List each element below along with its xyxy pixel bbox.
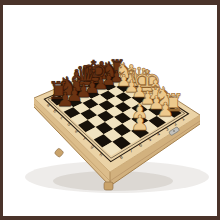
chess-board: abcdefgh12345678 <box>3 5 220 220</box>
product-photo[interactable]: abcdefgh12345678 ♜♞♝♛♚♝♞♜♞♟♟♟♟♟♟♟♝♟♚♟♟♛♟… <box>0 0 220 220</box>
latch-screw-icon <box>173 130 175 132</box>
board-foot <box>104 182 113 190</box>
chess-set-scene: abcdefgh12345678 ♜♞♝♛♚♝♞♜♞♟♟♟♟♟♟♟♝♟♚♟♟♛♟… <box>3 5 217 216</box>
board-foot <box>54 148 64 158</box>
